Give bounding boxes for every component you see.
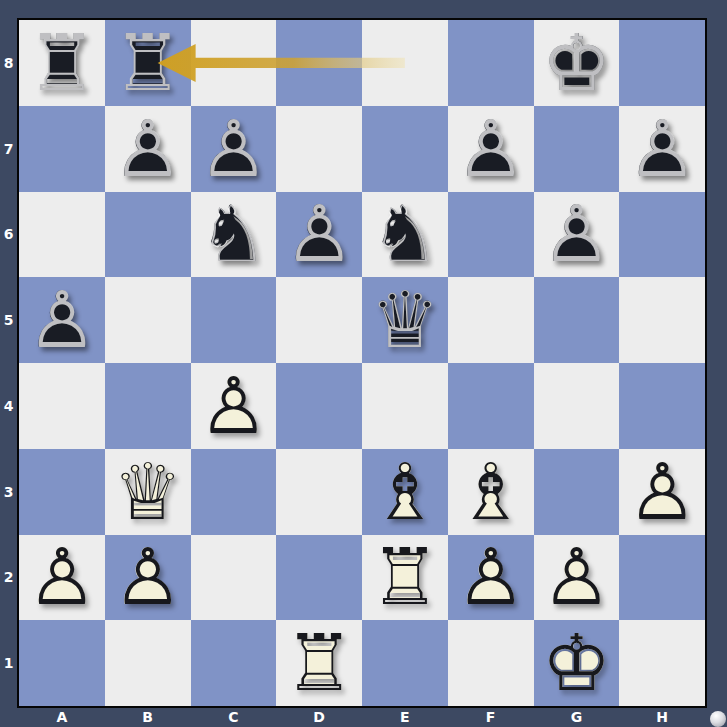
piece-black-pawn[interactable]: ♟♙ (276, 192, 362, 278)
square-a8[interactable]: ♜♖ (19, 20, 105, 106)
bishop-glyph-outline: ♗ (362, 449, 448, 535)
piece-white-pawn[interactable]: ♟♙ (534, 535, 620, 621)
pawn-glyph-outline: ♙ (534, 535, 620, 621)
pawn-glyph-outline: ♙ (105, 106, 191, 192)
square-h1[interactable] (619, 620, 705, 706)
piece-white-pawn[interactable]: ♟♙ (619, 449, 705, 535)
square-f8[interactable] (448, 20, 534, 106)
square-a2[interactable]: ♟♙ (19, 535, 105, 621)
square-g1[interactable]: ♚♔ (534, 620, 620, 706)
piece-black-pawn[interactable]: ♟♙ (191, 106, 277, 192)
square-d5[interactable] (276, 277, 362, 363)
pawn-glyph-outline: ♙ (105, 535, 191, 621)
square-d2[interactable] (276, 535, 362, 621)
piece-black-pawn[interactable]: ♟♙ (19, 277, 105, 363)
square-h3[interactable]: ♟♙ (619, 449, 705, 535)
rank-label-3: 3 (0, 449, 17, 535)
square-b2[interactable]: ♟♙ (105, 535, 191, 621)
square-f6[interactable] (448, 192, 534, 278)
pawn-glyph-outline: ♙ (619, 449, 705, 535)
square-f7[interactable]: ♟♙ (448, 106, 534, 192)
square-a1[interactable] (19, 620, 105, 706)
piece-black-pawn[interactable]: ♟♙ (448, 106, 534, 192)
square-f5[interactable] (448, 277, 534, 363)
piece-white-rook[interactable]: ♜♖ (276, 620, 362, 706)
square-b1[interactable] (105, 620, 191, 706)
square-c6[interactable]: ♞♘ (191, 192, 277, 278)
piece-white-pawn[interactable]: ♟♙ (105, 535, 191, 621)
square-g4[interactable] (534, 363, 620, 449)
square-c4[interactable]: ♟♙ (191, 363, 277, 449)
piece-black-pawn[interactable]: ♟♙ (619, 106, 705, 192)
square-d4[interactable] (276, 363, 362, 449)
square-d6[interactable]: ♟♙ (276, 192, 362, 278)
square-c7[interactable]: ♟♙ (191, 106, 277, 192)
piece-white-rook[interactable]: ♜♖ (362, 535, 448, 621)
square-a6[interactable] (19, 192, 105, 278)
rank-label-7: 7 (0, 106, 17, 192)
square-e7[interactable] (362, 106, 448, 192)
pawn-glyph-outline: ♙ (534, 192, 620, 278)
square-c8[interactable] (191, 20, 277, 106)
square-a3[interactable] (19, 449, 105, 535)
square-b7[interactable]: ♟♙ (105, 106, 191, 192)
square-b8[interactable]: ♜♖ (105, 20, 191, 106)
square-g5[interactable] (534, 277, 620, 363)
rank-label-4: 4 (0, 363, 17, 449)
square-e6[interactable]: ♞♘ (362, 192, 448, 278)
knight-glyph-outline: ♘ (191, 192, 277, 278)
rank-label-6: 6 (0, 192, 17, 278)
square-a7[interactable] (19, 106, 105, 192)
square-g3[interactable] (534, 449, 620, 535)
chess-app: ♜♖♜♖♚♔♟♙♟♙♟♙♟♙♞♘♟♙♞♘♟♙♟♙♛♕♟♙♛♕♝♗♝♗♟♙♟♙♟♙… (0, 0, 727, 727)
square-e5[interactable]: ♛♕ (362, 277, 448, 363)
square-g8[interactable]: ♚♔ (534, 20, 620, 106)
file-label-D: D (276, 706, 362, 727)
square-d1[interactable]: ♜♖ (276, 620, 362, 706)
square-c1[interactable] (191, 620, 277, 706)
square-f4[interactable] (448, 363, 534, 449)
queen-glyph-outline: ♕ (362, 277, 448, 363)
piece-white-queen[interactable]: ♛♕ (105, 449, 191, 535)
piece-black-queen[interactable]: ♛♕ (362, 277, 448, 363)
square-f2[interactable]: ♟♙ (448, 535, 534, 621)
piece-white-pawn[interactable]: ♟♙ (19, 535, 105, 621)
queen-glyph-outline: ♕ (105, 449, 191, 535)
rook-glyph-outline: ♖ (362, 535, 448, 621)
rook-glyph-outline: ♖ (105, 20, 191, 106)
square-d8[interactable] (276, 20, 362, 106)
file-label-F: F (448, 706, 534, 727)
white-to-move-indicator (710, 711, 726, 727)
king-glyph-outline: ♔ (534, 620, 620, 706)
rank-label-2: 2 (0, 535, 17, 621)
pawn-glyph-outline: ♙ (19, 535, 105, 621)
piece-white-bishop[interactable]: ♝♗ (362, 449, 448, 535)
pawn-glyph-outline: ♙ (448, 106, 534, 192)
square-h5[interactable] (619, 277, 705, 363)
square-b4[interactable] (105, 363, 191, 449)
pawn-glyph-outline: ♙ (619, 106, 705, 192)
board-grid: ♜♖♜♖♚♔♟♙♟♙♟♙♟♙♞♘♟♙♞♘♟♙♟♙♛♕♟♙♛♕♝♗♝♗♟♙♟♙♟♙… (19, 20, 705, 706)
square-g6[interactable]: ♟♙ (534, 192, 620, 278)
piece-white-pawn[interactable]: ♟♙ (191, 363, 277, 449)
file-label-C: C (191, 706, 277, 727)
square-g2[interactable]: ♟♙ (534, 535, 620, 621)
square-e8[interactable] (362, 20, 448, 106)
piece-black-rook[interactable]: ♜♖ (19, 20, 105, 106)
piece-white-pawn[interactable]: ♟♙ (448, 535, 534, 621)
square-c5[interactable] (191, 277, 277, 363)
piece-black-rook[interactable]: ♜♖ (105, 20, 191, 106)
rook-glyph-outline: ♖ (19, 20, 105, 106)
file-label-H: H (619, 706, 705, 727)
king-glyph-outline: ♔ (534, 20, 620, 106)
square-h2[interactable] (619, 535, 705, 621)
piece-black-king[interactable]: ♚♔ (534, 20, 620, 106)
square-b3[interactable]: ♛♕ (105, 449, 191, 535)
square-g7[interactable] (534, 106, 620, 192)
rank-label-5: 5 (0, 277, 17, 363)
square-h6[interactable] (619, 192, 705, 278)
piece-white-king[interactable]: ♚♔ (534, 620, 620, 706)
square-c3[interactable] (191, 449, 277, 535)
square-e4[interactable] (362, 363, 448, 449)
file-label-G: G (534, 706, 620, 727)
square-d3[interactable] (276, 449, 362, 535)
piece-black-pawn[interactable]: ♟♙ (534, 192, 620, 278)
bishop-glyph-outline: ♗ (448, 449, 534, 535)
pawn-glyph-outline: ♙ (19, 277, 105, 363)
pawn-glyph-outline: ♙ (276, 192, 362, 278)
piece-black-knight[interactable]: ♞♘ (362, 192, 448, 278)
square-e3[interactable]: ♝♗ (362, 449, 448, 535)
file-label-A: A (19, 706, 105, 727)
square-b6[interactable] (105, 192, 191, 278)
square-h8[interactable] (619, 20, 705, 106)
square-d7[interactable] (276, 106, 362, 192)
pawn-glyph-outline: ♙ (191, 106, 277, 192)
file-label-E: E (362, 706, 448, 727)
pawn-glyph-outline: ♙ (448, 535, 534, 621)
rook-glyph-outline: ♖ (276, 620, 362, 706)
chess-board: ♜♖♜♖♚♔♟♙♟♙♟♙♟♙♞♘♟♙♞♘♟♙♟♙♛♕♟♙♛♕♝♗♝♗♟♙♟♙♟♙… (17, 18, 707, 708)
square-b5[interactable] (105, 277, 191, 363)
square-e2[interactable]: ♜♖ (362, 535, 448, 621)
knight-glyph-outline: ♘ (362, 192, 448, 278)
rank-label-1: 1 (0, 620, 17, 706)
square-e1[interactable] (362, 620, 448, 706)
square-c2[interactable] (191, 535, 277, 621)
square-a4[interactable] (19, 363, 105, 449)
square-f3[interactable]: ♝♗ (448, 449, 534, 535)
piece-black-knight[interactable]: ♞♘ (191, 192, 277, 278)
file-label-B: B (105, 706, 191, 727)
piece-white-bishop[interactable]: ♝♗ (448, 449, 534, 535)
rank-label-8: 8 (0, 20, 17, 106)
square-h7[interactable]: ♟♙ (619, 106, 705, 192)
piece-black-pawn[interactable]: ♟♙ (105, 106, 191, 192)
pawn-glyph-outline: ♙ (191, 363, 277, 449)
square-h4[interactable] (619, 363, 705, 449)
square-f1[interactable] (448, 620, 534, 706)
square-a5[interactable]: ♟♙ (19, 277, 105, 363)
